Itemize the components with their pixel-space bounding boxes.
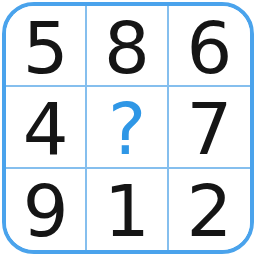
cell-r0c2: 6 <box>169 6 250 87</box>
cell-r1c2: 7 <box>169 87 250 168</box>
digit: 8 <box>104 12 150 84</box>
cell-r2c0: 9 <box>6 169 87 250</box>
sudoku-board: 5 8 6 4 ? 7 9 1 2 <box>2 2 254 254</box>
cell-r0c0: 5 <box>6 6 87 87</box>
digit: 4 <box>23 93 69 165</box>
cell-r2c2: 2 <box>169 169 250 250</box>
cell-r1c1-unknown: ? <box>87 87 168 168</box>
cell-r1c0: 4 <box>6 87 87 168</box>
cell-r2c1: 1 <box>87 169 168 250</box>
sudoku-app-icon[interactable]: 5 8 6 4 ? 7 9 1 2 <box>0 0 256 256</box>
digit: 5 <box>23 12 69 84</box>
digit: 6 <box>186 12 232 84</box>
digit: 2 <box>186 175 232 247</box>
digit: 9 <box>23 175 69 247</box>
digit: 1 <box>104 175 150 247</box>
cell-r0c1: 8 <box>87 6 168 87</box>
question-mark-glyph: ? <box>108 93 146 165</box>
digit: 7 <box>186 93 232 165</box>
